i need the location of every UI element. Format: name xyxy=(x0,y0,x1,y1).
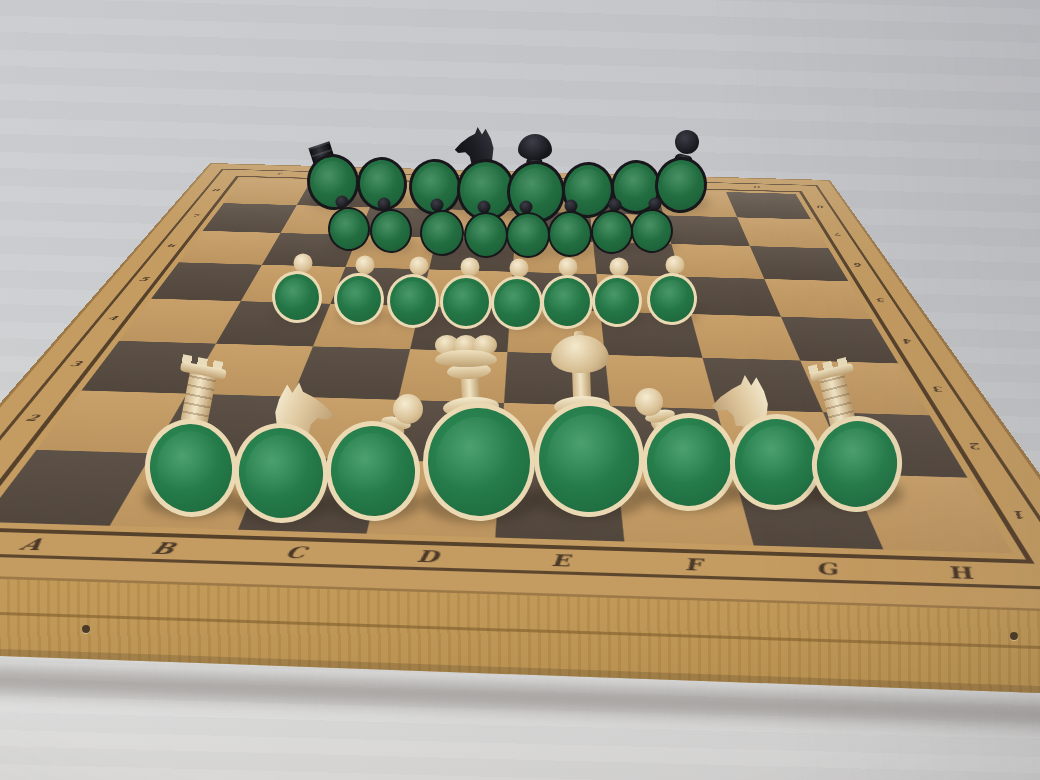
pawn-ball xyxy=(410,257,429,276)
felt-base xyxy=(506,212,550,258)
felt-base xyxy=(534,401,644,517)
felt-sheen xyxy=(374,213,408,249)
felt-sheen xyxy=(425,215,460,251)
coronet-base xyxy=(435,350,497,367)
knight-head xyxy=(453,122,497,164)
felt-sheen xyxy=(511,217,545,252)
felt-sheen xyxy=(651,422,728,502)
felt-sheen xyxy=(339,278,379,319)
felt-sheen xyxy=(469,217,503,252)
felt-sheen xyxy=(331,211,366,248)
bishop-ball xyxy=(393,394,423,424)
photo-scene: AABBCCDDEEFFGGHH1122334455667788 xyxy=(0,0,1040,780)
felt-sheen xyxy=(547,281,587,323)
felt-sheen xyxy=(152,427,231,510)
felt-sheen xyxy=(498,283,537,323)
pawn-ball xyxy=(610,258,629,277)
felt-sheen xyxy=(447,282,486,322)
felt-sheen xyxy=(597,280,637,321)
pawn-ball xyxy=(294,254,313,273)
felt-sheen xyxy=(818,423,897,506)
felt-sheen xyxy=(277,276,318,318)
felt-sheen xyxy=(334,430,412,513)
pawn-ball xyxy=(559,258,578,277)
pawn-ball xyxy=(461,258,480,277)
pawn-ball xyxy=(510,259,529,278)
pawn-ball xyxy=(666,256,685,275)
felt-sheen xyxy=(553,216,588,252)
felt-sheen xyxy=(547,414,631,503)
rook-ball xyxy=(675,130,699,154)
pawn-ball xyxy=(356,256,375,275)
felt-sheen xyxy=(634,213,669,250)
felt-sheen xyxy=(659,162,703,209)
felt-base xyxy=(440,275,492,329)
felt-sheen xyxy=(241,431,321,516)
lying-chess-pieces xyxy=(0,0,1040,780)
queen-coronet xyxy=(435,335,497,367)
felt-sheen xyxy=(595,214,629,250)
bishop-ball xyxy=(635,388,663,416)
felt-sheen xyxy=(737,421,815,502)
felt-sheen xyxy=(393,280,433,322)
felt-sheen xyxy=(434,414,524,509)
felt-base xyxy=(491,276,543,330)
felt-sheen xyxy=(652,278,693,320)
felt-sheen xyxy=(311,159,355,206)
king-dome xyxy=(518,134,552,160)
felt-base xyxy=(464,212,508,258)
king-dome xyxy=(551,335,609,373)
